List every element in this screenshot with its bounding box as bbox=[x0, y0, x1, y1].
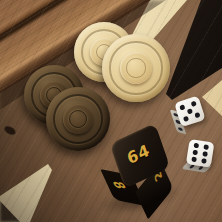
die-side-pip bbox=[189, 165, 195, 168]
die-pip bbox=[183, 116, 189, 122]
die-pip bbox=[192, 157, 197, 162]
die-pip bbox=[194, 143, 199, 148]
die-pip bbox=[195, 112, 201, 118]
light-checker-front[interactable] bbox=[102, 34, 170, 102]
die-pip bbox=[202, 151, 207, 156]
die-pip bbox=[193, 150, 198, 155]
die-pip bbox=[179, 105, 185, 111]
die-pip bbox=[201, 159, 206, 164]
die-pip bbox=[203, 144, 208, 149]
backgammon-scene: 8 2 64 bbox=[0, 0, 222, 222]
checker-groove bbox=[126, 58, 145, 77]
die-pip bbox=[187, 108, 193, 114]
doubling-cube-top-value: 64 bbox=[125, 140, 152, 168]
dark-checker-front[interactable] bbox=[46, 87, 110, 151]
checker-groove bbox=[69, 110, 87, 128]
die-pip bbox=[191, 101, 197, 107]
die-top-face bbox=[186, 139, 215, 168]
wood-knot bbox=[3, 125, 17, 137]
die-side-pip bbox=[198, 166, 204, 169]
doubling-cube[interactable]: 8 2 64 bbox=[103, 129, 184, 212]
